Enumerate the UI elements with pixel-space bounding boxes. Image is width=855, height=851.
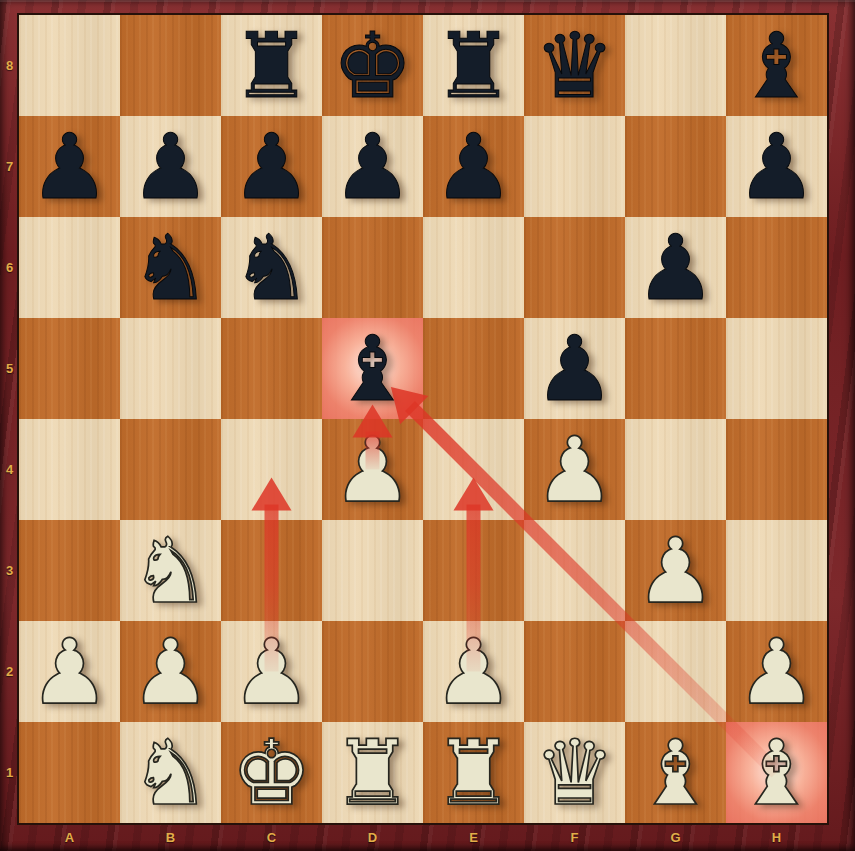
square-f3[interactable]	[524, 520, 625, 621]
square-b2[interactable]: ♟	[120, 621, 221, 722]
piece-white-pawn[interactable]: ♟	[332, 425, 413, 515]
square-a5[interactable]	[19, 318, 120, 419]
square-a7[interactable]: ♟	[19, 116, 120, 217]
piece-black-queen[interactable]: ♛	[534, 21, 615, 111]
square-h1[interactable]: ♝	[726, 722, 827, 823]
piece-white-knight[interactable]: ♞	[130, 728, 211, 818]
rank-label-7: 7	[0, 116, 19, 217]
square-g3[interactable]: ♟	[625, 520, 726, 621]
square-f4[interactable]: ♟	[524, 419, 625, 520]
rank-label-6: 6	[0, 217, 19, 318]
square-d6[interactable]	[322, 217, 423, 318]
rank-label-4: 4	[0, 419, 19, 520]
piece-white-pawn[interactable]: ♟	[534, 425, 615, 515]
piece-white-queen[interactable]: ♛	[534, 728, 615, 818]
square-c7[interactable]: ♟	[221, 116, 322, 217]
piece-white-pawn[interactable]: ♟	[433, 627, 514, 717]
square-e8[interactable]: ♜	[423, 15, 524, 116]
rank-label-2: 2	[0, 621, 19, 722]
piece-white-pawn[interactable]: ♟	[736, 627, 817, 717]
square-a6[interactable]	[19, 217, 120, 318]
square-h5[interactable]	[726, 318, 827, 419]
piece-black-knight[interactable]: ♞	[231, 223, 312, 313]
square-b6[interactable]: ♞	[120, 217, 221, 318]
square-e3[interactable]	[423, 520, 524, 621]
piece-black-pawn[interactable]: ♟	[534, 324, 615, 414]
square-b4[interactable]	[120, 419, 221, 520]
square-f2[interactable]	[524, 621, 625, 722]
square-g5[interactable]	[625, 318, 726, 419]
square-b8[interactable]	[120, 15, 221, 116]
file-label-h: H	[726, 823, 827, 851]
square-f6[interactable]	[524, 217, 625, 318]
square-e6[interactable]	[423, 217, 524, 318]
square-c2[interactable]: ♟	[221, 621, 322, 722]
file-label-d: D	[322, 823, 423, 851]
square-c8[interactable]: ♜	[221, 15, 322, 116]
board: ♜♚♜♛♝♟♟♟♟♟♟♞♞♟♝♟♟♟♞♟♟♟♟♟♟♞♚♜♜♛♝♝	[19, 15, 827, 823]
piece-white-rook[interactable]: ♜	[332, 728, 413, 818]
square-d3[interactable]	[322, 520, 423, 621]
square-d5[interactable]: ♝	[322, 318, 423, 419]
file-label-a: A	[19, 823, 120, 851]
square-g2[interactable]	[625, 621, 726, 722]
square-a3[interactable]	[19, 520, 120, 621]
square-c1[interactable]: ♚	[221, 722, 322, 823]
file-label-g: G	[625, 823, 726, 851]
square-f7[interactable]	[524, 116, 625, 217]
square-a1[interactable]	[19, 722, 120, 823]
piece-black-pawn[interactable]: ♟	[231, 122, 312, 212]
square-d2[interactable]	[322, 621, 423, 722]
square-g4[interactable]	[625, 419, 726, 520]
rank-label-5: 5	[0, 318, 19, 419]
square-g8[interactable]	[625, 15, 726, 116]
square-c3[interactable]	[221, 520, 322, 621]
piece-black-bishop[interactable]: ♝	[736, 21, 817, 111]
file-label-c: C	[221, 823, 322, 851]
piece-black-pawn[interactable]: ♟	[332, 122, 413, 212]
file-label-e: E	[423, 823, 524, 851]
rank-label-8: 8	[0, 15, 19, 116]
piece-black-pawn[interactable]: ♟	[29, 122, 110, 212]
square-c6[interactable]: ♞	[221, 217, 322, 318]
piece-white-rook[interactable]: ♜	[433, 728, 514, 818]
piece-white-bishop[interactable]: ♝	[635, 728, 716, 818]
square-d8[interactable]: ♚	[322, 15, 423, 116]
square-a8[interactable]	[19, 15, 120, 116]
square-h8[interactable]: ♝	[726, 15, 827, 116]
square-f8[interactable]: ♛	[524, 15, 625, 116]
square-g6[interactable]: ♟	[625, 217, 726, 318]
piece-white-pawn[interactable]: ♟	[29, 627, 110, 717]
square-e1[interactable]: ♜	[423, 722, 524, 823]
piece-white-pawn[interactable]: ♟	[231, 627, 312, 717]
rank-label-3: 3	[0, 520, 19, 621]
piece-white-king[interactable]: ♚	[231, 728, 312, 818]
file-label-b: B	[120, 823, 221, 851]
file-label-f: F	[524, 823, 625, 851]
piece-black-pawn[interactable]: ♟	[130, 122, 211, 212]
piece-black-bishop[interactable]: ♝	[332, 324, 413, 414]
square-h7[interactable]: ♟	[726, 116, 827, 217]
piece-black-rook[interactable]: ♜	[231, 21, 312, 111]
square-a4[interactable]	[19, 419, 120, 520]
piece-white-knight[interactable]: ♞	[130, 526, 211, 616]
piece-black-knight[interactable]: ♞	[130, 223, 211, 313]
square-c5[interactable]	[221, 318, 322, 419]
square-b7[interactable]: ♟	[120, 116, 221, 217]
square-g1[interactable]: ♝	[625, 722, 726, 823]
piece-white-pawn[interactable]: ♟	[130, 627, 211, 717]
square-h6[interactable]	[726, 217, 827, 318]
square-a2[interactable]: ♟	[19, 621, 120, 722]
square-f1[interactable]: ♛	[524, 722, 625, 823]
square-b1[interactable]: ♞	[120, 722, 221, 823]
piece-white-pawn[interactable]: ♟	[635, 526, 716, 616]
square-d7[interactable]: ♟	[322, 116, 423, 217]
piece-white-bishop[interactable]: ♝	[736, 728, 817, 818]
square-e5[interactable]	[423, 318, 524, 419]
rank-label-1: 1	[0, 722, 19, 823]
square-f5[interactable]: ♟	[524, 318, 625, 419]
square-c4[interactable]	[221, 419, 322, 520]
square-e7[interactable]: ♟	[423, 116, 524, 217]
piece-black-king[interactable]: ♚	[332, 21, 413, 111]
square-e4[interactable]	[423, 419, 524, 520]
square-d4[interactable]: ♟	[322, 419, 423, 520]
piece-black-pawn[interactable]: ♟	[736, 122, 817, 212]
chessboard-frame: ♜♚♜♛♝♟♟♟♟♟♟♞♞♟♝♟♟♟♞♟♟♟♟♟♟♞♚♜♜♛♝♝ 8765432…	[0, 0, 855, 851]
piece-black-pawn[interactable]: ♟	[433, 122, 514, 212]
piece-black-pawn[interactable]: ♟	[635, 223, 716, 313]
piece-black-rook[interactable]: ♜	[433, 21, 514, 111]
square-b5[interactable]	[120, 318, 221, 419]
square-h2[interactable]: ♟	[726, 621, 827, 722]
square-h4[interactable]	[726, 419, 827, 520]
square-h3[interactable]	[726, 520, 827, 621]
square-e2[interactable]: ♟	[423, 621, 524, 722]
square-d1[interactable]: ♜	[322, 722, 423, 823]
square-b3[interactable]: ♞	[120, 520, 221, 621]
square-g7[interactable]	[625, 116, 726, 217]
